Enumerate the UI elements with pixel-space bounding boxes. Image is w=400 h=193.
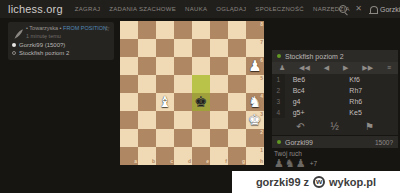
- captured-piece: ♞: [285, 157, 295, 170]
- square-d3[interactable]: [174, 111, 192, 129]
- white-bishop[interactable]: ♝: [156, 93, 174, 111]
- opponent-name[interactable]: Stockfish poziom 2: [285, 53, 344, 60]
- rank-label: 2: [260, 130, 263, 135]
- online-indicator: [277, 140, 281, 144]
- captured-pieces-tray: ♟♞♟+7: [274, 157, 317, 170]
- square-e2[interactable]: [192, 129, 210, 147]
- prev-move-icon[interactable]: ◀: [324, 62, 329, 74]
- square-h5[interactable]: 5: [246, 75, 264, 93]
- bookmark-star-icon[interactable]: ☆: [104, 25, 110, 33]
- turn-status: Twój ruch: [274, 150, 302, 157]
- square-d2[interactable]: [174, 129, 192, 147]
- square-h6[interactable]: ♟6: [246, 57, 264, 75]
- lichess-page: lichess.org ZAGRAJZADANIA SZACHOWENAUKAO…: [0, 0, 400, 193]
- white-move[interactable]: g4: [285, 98, 342, 105]
- move-number: 2: [272, 85, 285, 96]
- player-bar: Gorzki99 1500?: [272, 136, 398, 148]
- square-c5[interactable]: [156, 75, 174, 93]
- square-a2[interactable]: [120, 129, 138, 147]
- main-nav: ZAGRAJZADANIA SZACHOWENAUKAOGLĄDAJSPOŁEC…: [75, 6, 350, 12]
- square-c2[interactable]: [156, 129, 174, 147]
- square-b5[interactable]: [138, 75, 156, 93]
- square-g1[interactable]: g: [228, 147, 246, 165]
- square-c4[interactable]: ♝: [156, 93, 174, 111]
- square-e6[interactable]: [192, 57, 210, 75]
- file-label: d: [188, 159, 191, 164]
- game-mode-line: • Towarzyska • FROM POSITION: [26, 25, 110, 31]
- menu-icon[interactable]: ≡: [387, 62, 391, 74]
- opponent-bar: Stockfish poziom 2: [272, 50, 398, 62]
- file-label: b: [152, 159, 155, 164]
- square-d6[interactable]: [174, 57, 192, 75]
- takeback-button[interactable]: ↶: [296, 120, 304, 134]
- square-f3[interactable]: [210, 111, 228, 129]
- move-row: 3g4Rh6: [272, 96, 398, 107]
- captured-piece: ♟: [274, 157, 284, 170]
- watermark: gorzki99 z w wykop.pl: [232, 171, 400, 193]
- file-label: c: [170, 159, 173, 164]
- from-position-link[interactable]: FROM POSITION: [63, 25, 107, 31]
- square-c6[interactable]: [156, 57, 174, 75]
- square-b8[interactable]: [138, 21, 156, 39]
- square-a4[interactable]: [120, 93, 138, 111]
- file-label: h: [260, 159, 263, 164]
- black-player-line[interactable]: Stockfish poziom 2: [12, 50, 110, 56]
- black-king[interactable]: ♚: [192, 93, 210, 111]
- material-advantage: +7: [310, 160, 317, 167]
- square-e5[interactable]: [192, 75, 210, 93]
- square-c1[interactable]: c: [156, 147, 174, 165]
- square-e3[interactable]: [192, 111, 210, 129]
- square-f2[interactable]: [210, 129, 228, 147]
- move-number: 4: [272, 107, 285, 118]
- square-g8[interactable]: [228, 21, 246, 39]
- black-color-icon: [12, 51, 16, 55]
- square-h8[interactable]: 8: [246, 21, 264, 39]
- captured-piece: ♟: [296, 157, 306, 170]
- move-list[interactable]: 1Be6Kf62Bc4Rh73g4Rh64g5+Ke5: [272, 74, 398, 119]
- square-c3[interactable]: [156, 111, 174, 129]
- square-g5[interactable]: [228, 75, 246, 93]
- square-c7[interactable]: [156, 39, 174, 57]
- notifications-bell-icon[interactable]: [370, 6, 378, 13]
- square-f7[interactable]: [210, 39, 228, 57]
- white-player-line[interactable]: Gorzki99 (1500?): [12, 42, 110, 48]
- square-h7[interactable]: 7: [246, 39, 264, 57]
- rank-label: 7: [260, 40, 263, 45]
- black-move[interactable]: Ke5: [341, 109, 398, 116]
- move-row: 2Bc4Rh7: [272, 85, 398, 96]
- square-g7[interactable]: [228, 39, 246, 57]
- file-label: e: [206, 159, 209, 164]
- next-move-icon[interactable]: ▶: [343, 62, 348, 74]
- square-g6[interactable]: [228, 57, 246, 75]
- last-move-icon[interactable]: ▶▶: [362, 62, 373, 74]
- square-d7[interactable]: [174, 39, 192, 57]
- square-g2[interactable]: [228, 129, 246, 147]
- rank-label: 8: [260, 22, 263, 27]
- search-icon[interactable]: [339, 5, 347, 13]
- move-row: 1Be6Kf6: [272, 74, 398, 85]
- game-action-buttons: ↶ ½ ⚑: [272, 119, 398, 135]
- lichess-logo[interactable]: lichess.org: [8, 3, 63, 15]
- square-b2[interactable]: [138, 129, 156, 147]
- move-number: 3: [272, 96, 285, 107]
- white-move[interactable]: g5+: [285, 109, 342, 116]
- move-number: 1: [272, 74, 285, 85]
- square-f4[interactable]: [210, 93, 228, 111]
- square-b3[interactable]: [138, 111, 156, 129]
- square-e8[interactable]: [192, 21, 210, 39]
- square-a7[interactable]: [120, 39, 138, 57]
- rank-label: 6: [260, 58, 263, 63]
- first-move-icon[interactable]: ◀◀: [299, 62, 310, 74]
- square-f8[interactable]: [210, 21, 228, 39]
- square-a5[interactable]: [120, 75, 138, 93]
- player-name[interactable]: Gorzki99: [285, 139, 313, 146]
- file-label: f: [225, 159, 227, 164]
- square-a6[interactable]: [120, 57, 138, 75]
- square-d5[interactable]: [174, 75, 192, 93]
- nav-item[interactable]: SPOŁECZNOŚĆ: [255, 6, 304, 12]
- top-navbar: lichess.org ZAGRAJZADANIA SZACHOWENAUKAO…: [0, 0, 400, 18]
- offer-draw-button[interactable]: ½: [331, 120, 339, 134]
- rank-label: 5: [260, 76, 263, 81]
- username-menu[interactable]: Gorzki99: [380, 0, 400, 18]
- wykop-logo-icon: w: [313, 176, 325, 188]
- square-a1[interactable]: a: [120, 147, 138, 165]
- square-g4[interactable]: [228, 93, 246, 111]
- file-label: a: [134, 159, 137, 164]
- square-d1[interactable]: d: [174, 147, 192, 165]
- square-h2[interactable]: 2: [246, 129, 264, 147]
- analysis-board-icon[interactable]: ♟: [279, 62, 285, 74]
- square-h3[interactable]: ♚3: [246, 111, 264, 129]
- black-move[interactable]: Rh6: [341, 98, 398, 105]
- casual-feather-icon: [13, 27, 24, 42]
- challenges-icon[interactable]: ✕: [355, 5, 362, 13]
- white-color-icon: [12, 43, 16, 47]
- move-row: 4g5+Ke5: [272, 107, 398, 118]
- square-g3[interactable]: [228, 111, 246, 129]
- rank-label: 4: [260, 94, 263, 99]
- square-c8[interactable]: [156, 21, 174, 39]
- square-b4[interactable]: [138, 93, 156, 111]
- file-label: g: [242, 159, 245, 164]
- square-f6[interactable]: [210, 57, 228, 75]
- black-move[interactable]: Rh7: [341, 87, 398, 94]
- square-f5[interactable]: [210, 75, 228, 93]
- game-time-ago: 1 minutę temu: [26, 33, 110, 39]
- black-move[interactable]: Kf6: [341, 76, 398, 83]
- square-a8[interactable]: [120, 21, 138, 39]
- square-e4[interactable]: ♚: [192, 93, 210, 111]
- square-d8[interactable]: [174, 21, 192, 39]
- nav-item[interactable]: ZAGRAJ: [75, 6, 100, 12]
- nav-item[interactable]: ZADANIA SZACHOWE: [109, 6, 176, 12]
- rank-label: 3: [260, 112, 263, 117]
- square-d4[interactable]: [174, 93, 192, 111]
- white-move[interactable]: Bc4: [285, 87, 342, 94]
- square-h1[interactable]: 1h: [246, 147, 264, 165]
- nav-item[interactable]: OGLĄDAJ: [216, 6, 246, 12]
- online-indicator: [277, 54, 281, 58]
- top-icons: ✕: [339, 0, 378, 18]
- chess-board[interactable]: 87♟65♝♚♞4♚32abcdefg1h: [120, 21, 264, 165]
- square-a3[interactable]: [120, 111, 138, 129]
- square-b1[interactable]: b: [138, 147, 156, 165]
- square-f1[interactable]: f: [210, 147, 228, 165]
- player-rating: 1500?: [375, 139, 393, 146]
- square-h4[interactable]: ♞4: [246, 93, 264, 111]
- square-e7[interactable]: [192, 39, 210, 57]
- square-b7[interactable]: [138, 39, 156, 57]
- move-nav-toolbar: ♟◀◀◀▶▶▶≡: [272, 62, 398, 74]
- resign-flag-button[interactable]: ⚑: [365, 120, 374, 134]
- game-info-box: • Towarzyska • FROM POSITION 1 minutę te…: [8, 22, 114, 60]
- rank-label: 1: [260, 148, 263, 153]
- nav-item[interactable]: NAUKA: [185, 6, 207, 12]
- square-e1[interactable]: e: [192, 147, 210, 165]
- white-move[interactable]: Be6: [285, 76, 342, 83]
- square-b6[interactable]: [138, 57, 156, 75]
